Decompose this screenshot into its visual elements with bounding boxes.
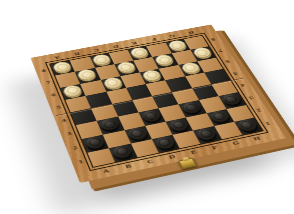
white-checker: [116, 61, 137, 73]
brass-clasp-icon: [178, 158, 198, 170]
product-photo: ABCDEFGH ABCDEFGH 87654321 87654321: [0, 0, 294, 214]
white-checker: [62, 84, 83, 97]
black-checker: [126, 126, 149, 141]
checkers-board: ABCDEFGH ABCDEFGH 87654321 87654321: [30, 24, 286, 183]
black-checker: [99, 117, 121, 131]
white-checker: [77, 69, 98, 82]
white-checker: [52, 61, 72, 73]
black-checker: [111, 144, 134, 159]
black-checker: [220, 93, 243, 106]
white-checker: [102, 76, 123, 89]
white-checker: [192, 47, 213, 59]
black-checker: [236, 118, 259, 132]
black-checker: [84, 135, 106, 150]
white-checker: [91, 54, 111, 66]
